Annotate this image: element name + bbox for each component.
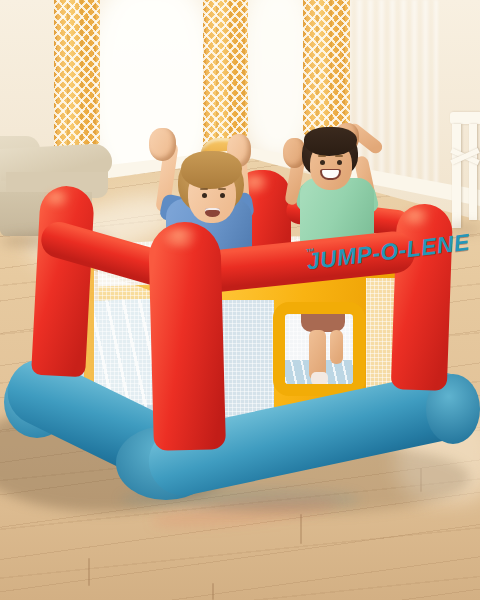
right-child-shorts xyxy=(301,302,345,332)
white-chair-back-leg xyxy=(469,124,477,220)
plank-joint xyxy=(88,558,90,586)
plank-joint xyxy=(212,583,214,600)
right-child-sock xyxy=(311,372,328,386)
near-post-highlight xyxy=(162,228,204,248)
plank-joint xyxy=(300,514,302,544)
curtain-panel-center xyxy=(203,0,248,148)
right-post-highlight xyxy=(402,209,434,226)
white-chair-front-leg xyxy=(452,124,461,228)
left-child-brow xyxy=(200,188,208,190)
right-child-brow xyxy=(335,155,343,157)
left-post-highlight xyxy=(44,191,74,207)
left-child-eye xyxy=(202,193,207,198)
right-child-leg xyxy=(330,330,343,364)
white-chair-top xyxy=(450,112,480,124)
right-child-eye xyxy=(337,160,342,165)
left-child-fist-left xyxy=(149,128,176,161)
curtain-panel-right xyxy=(303,0,350,135)
left-corner-post xyxy=(31,185,95,378)
left-child-mouth xyxy=(205,208,220,217)
left-child-brow xyxy=(218,188,226,190)
right-child-eye xyxy=(320,160,325,165)
panel-window-frame xyxy=(273,302,365,396)
right-child-brow xyxy=(318,155,326,157)
near-corner-post xyxy=(148,221,226,451)
left-child-eye xyxy=(220,193,225,198)
product-photo: JUMP-O-LENE™ xyxy=(0,0,480,600)
